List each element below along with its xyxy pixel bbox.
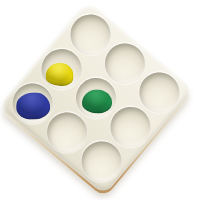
photo-scene xyxy=(0,0,200,200)
palette-tray xyxy=(0,1,193,195)
paint-blue xyxy=(16,92,50,119)
paint-yellow xyxy=(46,63,74,86)
wells-grid xyxy=(0,1,193,195)
paint-green xyxy=(82,89,112,113)
